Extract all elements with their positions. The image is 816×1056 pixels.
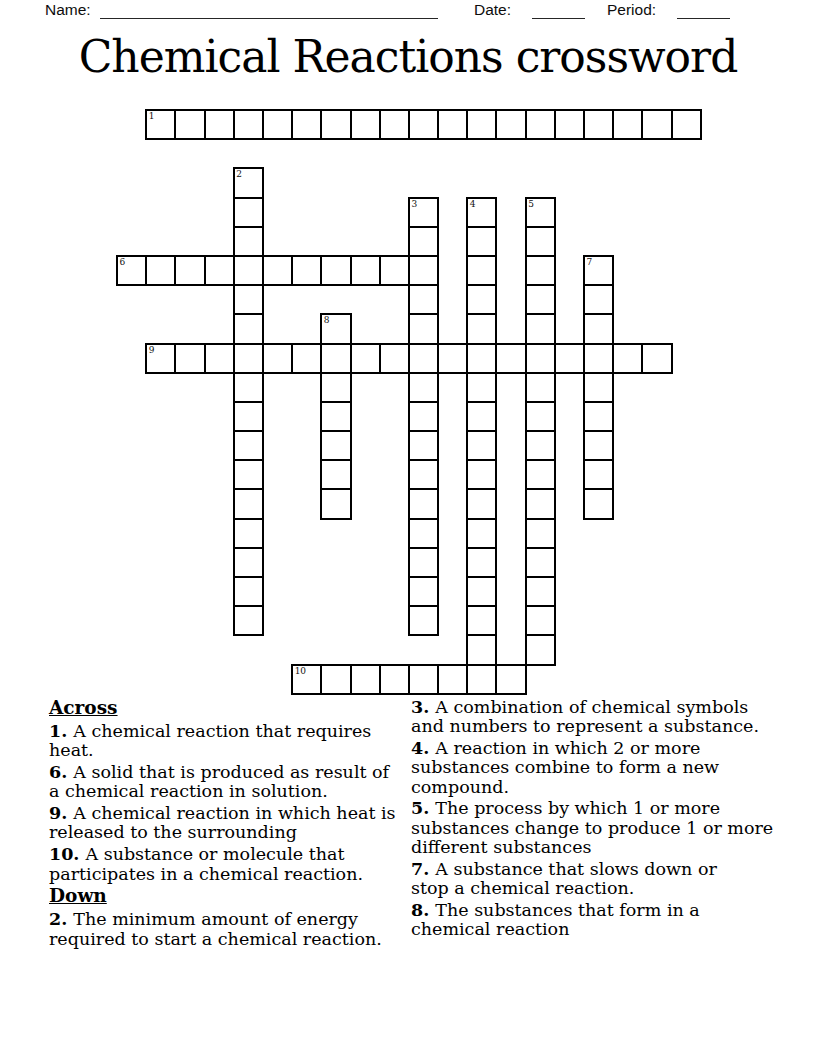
grid-cell[interactable] <box>379 343 410 374</box>
grid-cell[interactable] <box>379 664 410 695</box>
grid-cell[interactable] <box>204 343 235 374</box>
grid-cell[interactable] <box>145 255 176 286</box>
clue-down-2-number: 2. <box>49 909 67 929</box>
period-label: Period: <box>607 1 656 19</box>
grid-cell[interactable] <box>466 226 497 257</box>
grid-cell[interactable] <box>525 518 556 549</box>
grid-cell[interactable] <box>583 430 614 461</box>
clue-number: 4 <box>470 199 476 209</box>
grid-cell[interactable] <box>525 401 556 432</box>
clue-across-10: 10.A substance or molecule that particip… <box>49 845 415 884</box>
grid-cell[interactable] <box>233 255 264 286</box>
grid-cell[interactable] <box>350 109 381 140</box>
grid-cell[interactable] <box>466 255 497 286</box>
clue-down-7: 7.A substance that slows down or stop a … <box>411 860 793 899</box>
grid-cell[interactable] <box>233 576 264 607</box>
grid-cell[interactable] <box>320 109 351 140</box>
grid-cell[interactable] <box>525 109 556 140</box>
clue-down-4: 4.A reaction in which 2 or more substanc… <box>411 739 793 797</box>
clue-down-7-text: A substance that slows down or stop a ch… <box>411 859 717 898</box>
grid-cell[interactable] <box>525 634 556 665</box>
clues-left-column: Across 1.A chemical reaction that requir… <box>49 698 415 951</box>
grid-cell[interactable] <box>233 343 264 374</box>
grid-cell[interactable] <box>320 401 351 432</box>
clue-down-5-text: The process by which 1 or more substance… <box>411 798 773 857</box>
clue-number: 10 <box>295 666 306 676</box>
grid-cell[interactable] <box>291 343 322 374</box>
grid-cell[interactable] <box>408 255 439 286</box>
grid-cell[interactable] <box>466 459 497 490</box>
grid-cell[interactable] <box>466 109 497 140</box>
grid-cell[interactable] <box>466 284 497 315</box>
grid-cell[interactable] <box>583 488 614 519</box>
grid-cell[interactable]: 8 <box>320 313 351 344</box>
grid-cell[interactable] <box>233 372 264 403</box>
grid-cell[interactable] <box>466 634 497 665</box>
grid-cell[interactable] <box>525 605 556 636</box>
grid-cell[interactable] <box>408 401 439 432</box>
grid-cell[interactable] <box>525 430 556 461</box>
grid-cell[interactable] <box>291 109 322 140</box>
grid-cell[interactable] <box>174 255 205 286</box>
grid-cell[interactable] <box>233 401 264 432</box>
grid-cell[interactable] <box>437 109 468 140</box>
name-label: Name: <box>45 1 91 19</box>
clue-number: 8 <box>324 315 330 325</box>
grid-cell[interactable] <box>466 518 497 549</box>
grid-cell[interactable] <box>525 255 556 286</box>
grid-cell[interactable] <box>466 313 497 344</box>
grid-cell[interactable] <box>408 284 439 315</box>
period-field[interactable] <box>677 3 730 19</box>
grid-cell[interactable] <box>262 255 293 286</box>
clue-down-8: 8.The substances that form in a chemical… <box>411 901 793 940</box>
grid-cell[interactable] <box>525 488 556 519</box>
clue-across-9-text: A chemical reaction in which heat is rel… <box>49 803 396 842</box>
grid-cell[interactable] <box>233 605 264 636</box>
grid-cell[interactable] <box>495 109 526 140</box>
grid-cell[interactable] <box>262 109 293 140</box>
grid-cell[interactable] <box>408 226 439 257</box>
grid-cell[interactable] <box>408 664 439 695</box>
grid-cell[interactable] <box>233 197 264 228</box>
crossword-grid: 12345678910 <box>117 110 701 694</box>
grid-cell[interactable] <box>408 518 439 549</box>
grid-cell[interactable]: 2 <box>233 167 264 198</box>
clue-down-7-number: 7. <box>411 859 429 879</box>
grid-cell[interactable] <box>320 343 351 374</box>
grid-cell[interactable] <box>554 109 585 140</box>
clue-down-2: 2.The minimum amount of energy required … <box>49 910 415 949</box>
grid-cell[interactable] <box>466 605 497 636</box>
grid-cell[interactable]: 1 <box>145 109 176 140</box>
grid-cell[interactable] <box>408 372 439 403</box>
grid-cell[interactable] <box>466 576 497 607</box>
grid-cell[interactable] <box>583 109 614 140</box>
grid-cell[interactable]: 3 <box>408 197 439 228</box>
clue-number: 5 <box>528 199 534 209</box>
grid-cell[interactable] <box>379 255 410 286</box>
grid-cell[interactable] <box>525 547 556 578</box>
grid-cell[interactable] <box>320 430 351 461</box>
grid-cell[interactable] <box>437 664 468 695</box>
grid-cell[interactable] <box>320 488 351 519</box>
clue-down-4-number: 4. <box>411 738 429 758</box>
grid-cell[interactable] <box>466 430 497 461</box>
grid-cell[interactable] <box>233 518 264 549</box>
clue-across-6-text: A solid that is produced as result of a … <box>49 762 389 801</box>
name-field[interactable] <box>100 3 438 19</box>
grid-cell[interactable] <box>583 459 614 490</box>
grid-cell[interactable] <box>466 547 497 578</box>
grid-cell[interactable] <box>583 313 614 344</box>
grid-cell[interactable] <box>233 313 264 344</box>
grid-cell[interactable] <box>204 255 235 286</box>
grid-cell[interactable] <box>233 459 264 490</box>
grid-cell[interactable] <box>233 226 264 257</box>
grid-cell[interactable] <box>174 109 205 140</box>
grid-cell[interactable] <box>262 343 293 374</box>
grid-cell[interactable]: 5 <box>525 197 556 228</box>
clue-across-6: 6.A solid that is produced as result of … <box>49 763 415 802</box>
grid-cell[interactable] <box>525 284 556 315</box>
grid-cell[interactable] <box>495 664 526 695</box>
grid-cell[interactable] <box>612 109 643 140</box>
grid-cell[interactable] <box>320 255 351 286</box>
grid-cell[interactable] <box>408 605 439 636</box>
clue-down-3-text: A combination of chemical symbols and nu… <box>411 697 759 736</box>
grid-cell[interactable] <box>525 343 556 374</box>
clue-down-5: 5.The process by which 1 or more substan… <box>411 799 793 857</box>
clue-across-1: 1.A chemical reaction that requires heat… <box>49 722 415 761</box>
clue-down-3-number: 3. <box>411 697 429 717</box>
grid-cell[interactable] <box>320 459 351 490</box>
grid-cell[interactable] <box>233 109 264 140</box>
page-title: Chemical Reactions crossword <box>0 32 816 82</box>
date-label: Date: <box>474 1 511 19</box>
grid-cell[interactable] <box>350 664 381 695</box>
clue-across-6-number: 6. <box>49 762 67 782</box>
date-field[interactable] <box>532 3 585 19</box>
grid-cell[interactable] <box>379 109 410 140</box>
grid-cell[interactable] <box>408 343 439 374</box>
grid-cell[interactable] <box>350 343 381 374</box>
grid-cell[interactable] <box>174 343 205 374</box>
grid-cell[interactable] <box>612 343 643 374</box>
clue-number: 1 <box>149 111 155 121</box>
grid-cell[interactable] <box>583 343 614 374</box>
grid-cell[interactable] <box>466 664 497 695</box>
grid-cell[interactable] <box>641 343 672 374</box>
clue-across-9: 9.A chemical reaction in which heat is r… <box>49 804 415 843</box>
grid-cell[interactable] <box>350 255 381 286</box>
clue-number: 7 <box>587 257 593 267</box>
grid-cell[interactable]: 6 <box>116 255 147 286</box>
grid-cell[interactable] <box>466 343 497 374</box>
grid-cell[interactable] <box>583 401 614 432</box>
grid-cell[interactable] <box>525 226 556 257</box>
clue-number: 2 <box>236 169 242 179</box>
grid-cell[interactable] <box>408 488 439 519</box>
across-heading: Across <box>49 698 415 718</box>
grid-cell[interactable] <box>233 430 264 461</box>
grid-cell[interactable] <box>495 343 526 374</box>
down-heading: Down <box>49 886 415 906</box>
grid-cell[interactable] <box>525 372 556 403</box>
clue-across-9-number: 9. <box>49 803 67 823</box>
grid-cell[interactable] <box>320 372 351 403</box>
clue-number: 3 <box>411 199 417 209</box>
clue-across-10-text: A substance or molecule that participate… <box>49 844 363 883</box>
grid-cell[interactable]: 7 <box>583 255 614 286</box>
clue-across-1-number: 1. <box>49 721 67 741</box>
grid-cell[interactable] <box>466 488 497 519</box>
grid-cell[interactable] <box>466 372 497 403</box>
grid-cell[interactable] <box>408 313 439 344</box>
grid-cell[interactable] <box>408 109 439 140</box>
clue-across-1-text: A chemical reaction that requires heat. <box>49 721 371 760</box>
grid-cell[interactable] <box>204 109 235 140</box>
clue-number: 9 <box>149 345 155 355</box>
clue-down-4-text: A reaction in which 2 or more substances… <box>411 738 719 797</box>
grid-cell[interactable] <box>525 459 556 490</box>
grid-cell[interactable] <box>583 284 614 315</box>
grid-cell[interactable] <box>408 576 439 607</box>
grid-cell[interactable] <box>320 664 351 695</box>
clue-number: 6 <box>120 257 126 267</box>
clue-down-8-number: 8. <box>411 900 429 920</box>
grid-cell[interactable] <box>671 109 702 140</box>
grid-cell[interactable] <box>233 547 264 578</box>
clue-down-8-text: The substances that form in a chemical r… <box>411 900 700 939</box>
grid-cell[interactable] <box>233 488 264 519</box>
grid-cell[interactable]: 4 <box>466 197 497 228</box>
worksheet-page: Name: Date: Period: Chemical Reactions c… <box>0 0 816 1056</box>
clues-right-column: 3.A combination of chemical symbols and … <box>411 698 793 942</box>
grid-cell[interactable] <box>233 284 264 315</box>
clue-down-2-text: The minimum amount of energy required to… <box>49 909 382 948</box>
grid-cell[interactable] <box>437 343 468 374</box>
clue-down-3: 3.A combination of chemical symbols and … <box>411 698 793 737</box>
grid-cell[interactable] <box>554 343 585 374</box>
grid-cell[interactable] <box>525 576 556 607</box>
grid-cell[interactable] <box>408 459 439 490</box>
grid-cell[interactable] <box>466 401 497 432</box>
grid-cell[interactable] <box>525 313 556 344</box>
grid-cell[interactable] <box>408 547 439 578</box>
grid-cell[interactable] <box>291 255 322 286</box>
grid-cell[interactable] <box>583 372 614 403</box>
grid-cell[interactable]: 10 <box>291 664 322 695</box>
grid-cell[interactable]: 9 <box>145 343 176 374</box>
clue-across-10-number: 10. <box>49 844 79 864</box>
grid-cell[interactable] <box>408 430 439 461</box>
clue-down-5-number: 5. <box>411 798 429 818</box>
grid-cell[interactable] <box>641 109 672 140</box>
